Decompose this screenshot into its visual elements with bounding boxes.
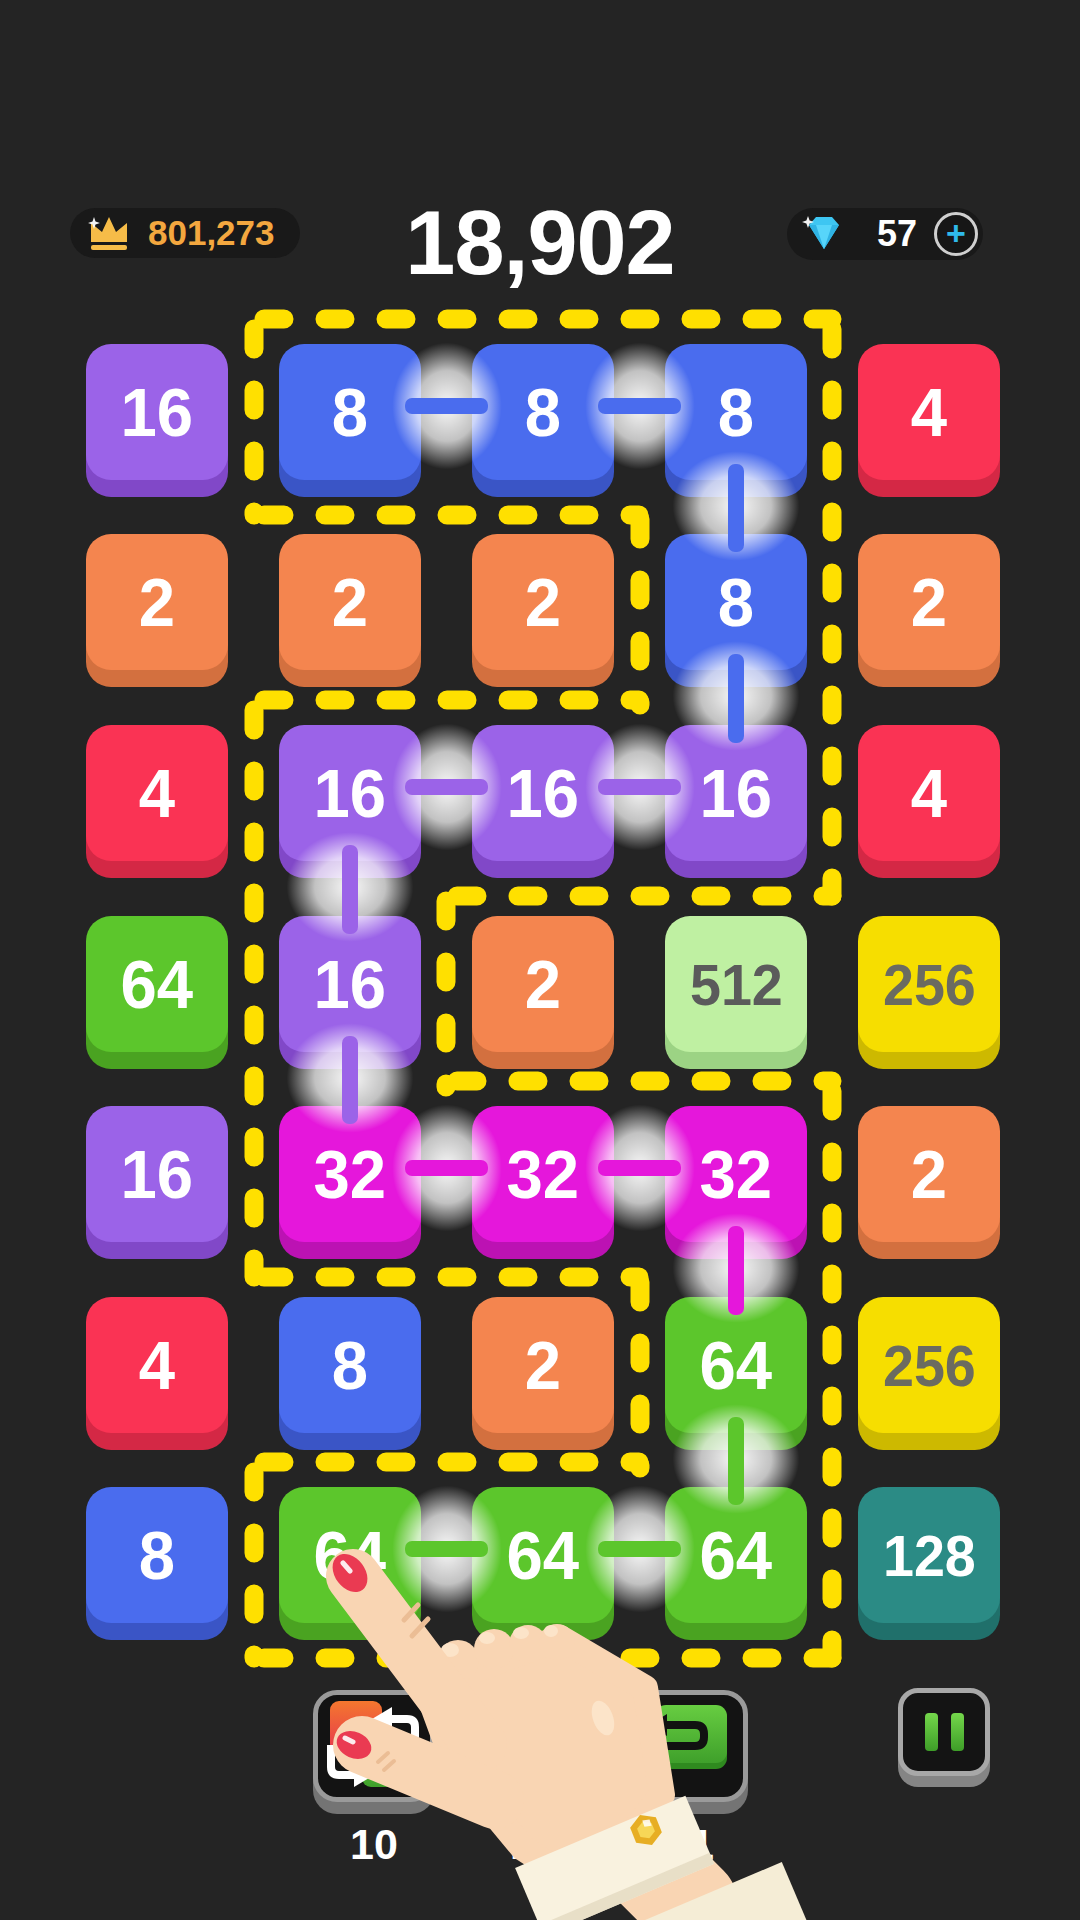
tile-r1c3-value-8[interactable]: 8: [472, 344, 614, 480]
tile-r4c3-value-2[interactable]: 2: [472, 916, 614, 1052]
tile-r2c2-value-2[interactable]: 2: [279, 534, 421, 670]
tile-r7c2-value-64[interactable]: 64: [279, 1487, 421, 1623]
board: 1688842228241616164641625122561632323224…: [0, 0, 1080, 1920]
undo-powerup-button[interactable]: [632, 1690, 748, 1802]
tile-r7c4-value-64[interactable]: 64: [665, 1487, 807, 1623]
tile-r7c5-value-128[interactable]: 128: [858, 1487, 1000, 1623]
pause-icon: [925, 1713, 938, 1751]
tile-r7c1-value-8[interactable]: 8: [86, 1487, 228, 1623]
tile-r7c3-value-64[interactable]: 64: [472, 1487, 614, 1623]
tile-r6c2-value-8[interactable]: 8: [279, 1297, 421, 1433]
tile-r1c4-value-8[interactable]: 8: [665, 344, 807, 480]
tile-r5c4-value-32[interactable]: 32: [665, 1106, 807, 1242]
tile-r3c3-value-16[interactable]: 16: [472, 725, 614, 861]
tile-r3c1-value-4[interactable]: 4: [86, 725, 228, 861]
swap-squares-icon: [318, 1695, 430, 1797]
tile-r5c1-value-16[interactable]: 16: [86, 1106, 228, 1242]
undo-arrow-icon: [637, 1695, 743, 1797]
tile-r3c4-value-16[interactable]: 16: [665, 725, 807, 861]
tile-r6c1-value-4[interactable]: 4: [86, 1297, 228, 1433]
powerup-button-hidden[interactable]: [473, 1690, 595, 1802]
tile-r1c1-value-16[interactable]: 16: [86, 344, 228, 480]
swap-powerup-count: 10: [313, 1820, 435, 1869]
tile-r1c2-value-8[interactable]: 8: [279, 344, 421, 480]
tile-r5c3-value-32[interactable]: 32: [472, 1106, 614, 1242]
swap-powerup-button[interactable]: [313, 1690, 435, 1802]
tile-r2c1-value-2[interactable]: 2: [86, 534, 228, 670]
game-screen: 801,273 18,902 57 + 16888422282416161646…: [0, 0, 1080, 1920]
tile-r5c2-value-32[interactable]: 32: [279, 1106, 421, 1242]
tile-r3c5-value-4[interactable]: 4: [858, 725, 1000, 861]
undo-powerup-count: 21: [629, 1820, 751, 1869]
tile-r4c5-value-256[interactable]: 256: [858, 916, 1000, 1052]
tile-r4c2-value-16[interactable]: 16: [279, 916, 421, 1052]
tile-r2c5-value-2[interactable]: 2: [858, 534, 1000, 670]
tile-r2c3-value-2[interactable]: 2: [472, 534, 614, 670]
tile-r3c2-value-16[interactable]: 16: [279, 725, 421, 861]
hidden-powerup-count: 15: [473, 1820, 595, 1869]
tile-r4c1-value-64[interactable]: 64: [86, 916, 228, 1052]
tile-r6c3-value-2[interactable]: 2: [472, 1297, 614, 1433]
tile-r4c4-value-512[interactable]: 512: [665, 916, 807, 1052]
tile-r5c5-value-2[interactable]: 2: [858, 1106, 1000, 1242]
pause-button[interactable]: [898, 1688, 990, 1776]
tile-r6c5-value-256[interactable]: 256: [858, 1297, 1000, 1433]
tile-r1c5-value-4[interactable]: 4: [858, 344, 1000, 480]
tile-r2c4-value-8[interactable]: 8: [665, 534, 807, 670]
tile-r6c4-value-64[interactable]: 64: [665, 1297, 807, 1433]
